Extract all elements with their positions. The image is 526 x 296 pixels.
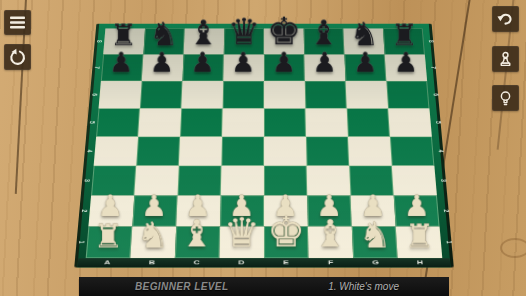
square-c1[interactable]: ♝	[175, 226, 220, 258]
piece-white-bishop[interactable]: ♝	[181, 216, 214, 253]
hint-button[interactable]	[492, 85, 519, 111]
square-f7[interactable]: ♟	[304, 54, 345, 81]
square-h1[interactable]: ♜	[396, 226, 443, 258]
square-h6[interactable]	[386, 81, 429, 108]
file-label-g: G	[353, 258, 398, 267]
status-bar: BEGINNER LEVEL 1. White's move	[79, 277, 449, 296]
square-a1[interactable]: ♜	[86, 226, 133, 258]
square-c7[interactable]: ♟	[182, 54, 223, 81]
square-b4[interactable]	[136, 137, 180, 166]
menu-icon	[9, 15, 26, 30]
square-e5[interactable]	[264, 108, 306, 136]
square-e1[interactable]: ♚	[264, 226, 309, 258]
piece-white-knight[interactable]: ♞	[359, 217, 391, 253]
file-label-h: H	[398, 258, 443, 267]
piece-black-knight[interactable]: ♞	[350, 18, 379, 50]
piece-black-pawn[interactable]: ♟	[313, 49, 337, 76]
square-a7[interactable]: ♟	[101, 54, 143, 81]
rotate-board-icon	[8, 48, 27, 67]
board-grid: ♜♞♝♛♚♝♞♜♟♟♟♟♟♟♟♟♟♟♟♟♟♟♟♟♜♞♝♛♚♝♞♜	[86, 29, 443, 259]
square-d7[interactable]: ♟	[223, 54, 264, 81]
square-d5[interactable]	[222, 108, 264, 136]
square-b5[interactable]	[138, 108, 181, 136]
file-labels-strip: ABCDEFGH	[77, 258, 450, 267]
square-g4[interactable]	[348, 137, 392, 166]
square-h5[interactable]	[388, 108, 432, 136]
square-d4[interactable]	[221, 137, 264, 166]
square-f4[interactable]	[306, 137, 349, 166]
square-e7[interactable]: ♟	[264, 54, 305, 81]
piece-black-pawn[interactable]: ♟	[150, 49, 174, 76]
square-f6[interactable]	[305, 81, 347, 108]
square-d6[interactable]	[223, 81, 264, 108]
square-d1[interactable]: ♛	[219, 226, 264, 258]
level-label: BEGINNER LEVEL	[135, 281, 228, 292]
square-b6[interactable]	[140, 81, 183, 108]
piece-black-pawn[interactable]: ♟	[191, 49, 215, 76]
square-e6[interactable]	[264, 81, 305, 108]
chess-board-scene: 87654321 87654321 ♜♞♝♛♚♝♞♜♟♟♟♟♟♟♟♟♟♟♟♟♟♟…	[86, 0, 442, 296]
square-a5[interactable]	[96, 108, 140, 136]
square-g6[interactable]	[346, 81, 389, 108]
square-a6[interactable]	[99, 81, 142, 108]
undo-icon	[496, 10, 515, 29]
square-c5[interactable]	[180, 108, 223, 136]
menu-button[interactable]	[4, 10, 31, 35]
file-label-e: E	[264, 258, 309, 267]
file-label-d: D	[219, 258, 264, 267]
file-label-c: C	[174, 258, 219, 267]
wood-table-background: 87654321 87654321 ♜♞♝♛♚♝♞♜♟♟♟♟♟♟♟♟♟♟♟♟♟♟…	[0, 0, 526, 296]
square-f1[interactable]: ♝	[308, 226, 353, 258]
piece-white-king[interactable]: ♚	[267, 210, 305, 252]
square-c6[interactable]	[181, 81, 223, 108]
file-label-b: B	[130, 258, 175, 267]
piece-white-queen[interactable]: ♛	[224, 213, 260, 253]
square-g7[interactable]: ♟	[344, 54, 386, 81]
square-f5[interactable]	[305, 108, 348, 136]
chess-board[interactable]: 87654321 87654321 ♜♞♝♛♚♝♞♜♟♟♟♟♟♟♟♟♟♟♟♟♟♟…	[74, 24, 454, 268]
piece-white-bishop[interactable]: ♝	[314, 216, 347, 253]
piece-black-pawn[interactable]: ♟	[109, 49, 133, 76]
piece-white-knight[interactable]: ♞	[137, 217, 169, 253]
piece-black-knight[interactable]: ♞	[149, 18, 178, 50]
piece-white-rook[interactable]: ♜	[405, 220, 434, 253]
square-b1[interactable]: ♞	[130, 226, 176, 258]
file-label-f: F	[309, 258, 354, 267]
opponent-mode-button[interactable]	[492, 46, 519, 72]
square-g5[interactable]	[347, 108, 390, 136]
opponent-pawn-icon	[496, 50, 515, 69]
wood-knot	[500, 238, 526, 258]
piece-black-pawn[interactable]: ♟	[354, 49, 378, 76]
square-h4[interactable]	[390, 137, 434, 166]
undo-move-button[interactable]	[492, 6, 519, 32]
piece-black-pawn[interactable]: ♟	[231, 49, 255, 76]
square-h7[interactable]: ♟	[385, 54, 427, 81]
square-c4[interactable]	[179, 137, 222, 166]
file-label-a: A	[85, 258, 130, 267]
piece-black-bishop[interactable]: ♝	[309, 17, 339, 50]
rotate-board-button[interactable]	[4, 44, 31, 70]
square-g1[interactable]: ♞	[352, 226, 398, 258]
square-a4[interactable]	[94, 137, 138, 166]
piece-black-pawn[interactable]: ♟	[394, 49, 418, 76]
piece-black-king[interactable]: ♚	[267, 12, 301, 50]
square-e4[interactable]	[264, 137, 307, 166]
piece-black-pawn[interactable]: ♟	[272, 49, 296, 76]
square-b7[interactable]: ♟	[142, 54, 184, 81]
piece-black-bishop[interactable]: ♝	[189, 17, 219, 50]
piece-white-rook[interactable]: ♜	[94, 220, 123, 253]
move-indicator: 1. White's move	[328, 281, 399, 292]
hint-bulb-icon	[496, 89, 515, 108]
piece-black-queen[interactable]: ♛	[228, 14, 261, 50]
